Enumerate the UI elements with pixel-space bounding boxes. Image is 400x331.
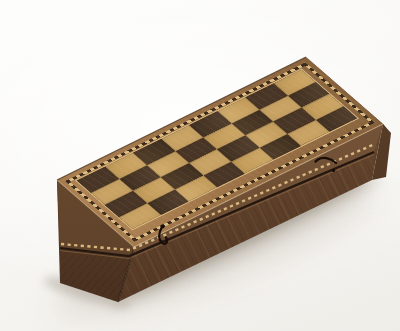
photo-of-chess-box — [0, 0, 400, 331]
